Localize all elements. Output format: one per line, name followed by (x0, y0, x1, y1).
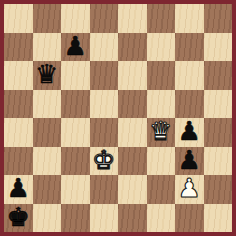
square-f1[interactable] (147, 204, 176, 233)
square-g6[interactable] (175, 61, 204, 90)
chess-board: ♟♛♛♟♚♟♟♟♚ (4, 4, 232, 232)
square-d7[interactable] (90, 33, 119, 62)
square-a2[interactable]: ♟ (4, 175, 33, 204)
square-a7[interactable] (4, 33, 33, 62)
square-e7[interactable] (118, 33, 147, 62)
square-e3[interactable] (118, 147, 147, 176)
square-f4[interactable]: ♛ (147, 118, 176, 147)
white-pawn-piece: ♟ (178, 175, 201, 201)
square-b7[interactable] (33, 33, 62, 62)
square-e6[interactable] (118, 61, 147, 90)
square-b8[interactable] (33, 4, 62, 33)
square-c2[interactable] (61, 175, 90, 204)
square-b2[interactable] (33, 175, 62, 204)
square-d5[interactable] (90, 90, 119, 119)
black-queen-piece: ♛ (35, 61, 58, 87)
square-d8[interactable] (90, 4, 119, 33)
square-d6[interactable] (90, 61, 119, 90)
chess-board-frame: ♟♛♛♟♚♟♟♟♚ (0, 0, 236, 236)
black-pawn-piece: ♟ (7, 175, 30, 201)
square-g2[interactable]: ♟ (175, 175, 204, 204)
square-c8[interactable] (61, 4, 90, 33)
square-c5[interactable] (61, 90, 90, 119)
white-king-piece: ♚ (92, 147, 115, 173)
square-e8[interactable] (118, 4, 147, 33)
square-e5[interactable] (118, 90, 147, 119)
square-d1[interactable] (90, 204, 119, 233)
square-g5[interactable] (175, 90, 204, 119)
square-f3[interactable] (147, 147, 176, 176)
black-king-piece: ♚ (7, 204, 30, 230)
black-pawn-piece: ♟ (178, 147, 201, 173)
square-b5[interactable] (33, 90, 62, 119)
square-a4[interactable] (4, 118, 33, 147)
square-h8[interactable] (204, 4, 233, 33)
square-b1[interactable] (33, 204, 62, 233)
square-d2[interactable] (90, 175, 119, 204)
square-f7[interactable] (147, 33, 176, 62)
square-f6[interactable] (147, 61, 176, 90)
square-b3[interactable] (33, 147, 62, 176)
square-b6[interactable]: ♛ (33, 61, 62, 90)
square-d4[interactable] (90, 118, 119, 147)
square-c3[interactable] (61, 147, 90, 176)
square-c4[interactable] (61, 118, 90, 147)
white-queen-piece: ♛ (149, 118, 172, 144)
square-d3[interactable]: ♚ (90, 147, 119, 176)
square-g4[interactable]: ♟ (175, 118, 204, 147)
square-a1[interactable]: ♚ (4, 204, 33, 233)
square-h6[interactable] (204, 61, 233, 90)
square-f5[interactable] (147, 90, 176, 119)
square-c1[interactable] (61, 204, 90, 233)
black-pawn-piece: ♟ (64, 33, 87, 59)
square-e2[interactable] (118, 175, 147, 204)
square-f8[interactable] (147, 4, 176, 33)
square-e1[interactable] (118, 204, 147, 233)
square-g7[interactable] (175, 33, 204, 62)
square-h2[interactable] (204, 175, 233, 204)
square-e4[interactable] (118, 118, 147, 147)
square-h5[interactable] (204, 90, 233, 119)
square-h3[interactable] (204, 147, 233, 176)
square-b4[interactable] (33, 118, 62, 147)
square-g1[interactable] (175, 204, 204, 233)
square-a5[interactable] (4, 90, 33, 119)
square-a8[interactable] (4, 4, 33, 33)
square-h4[interactable] (204, 118, 233, 147)
square-g3[interactable]: ♟ (175, 147, 204, 176)
square-g8[interactable] (175, 4, 204, 33)
square-f2[interactable] (147, 175, 176, 204)
black-pawn-piece: ♟ (178, 118, 201, 144)
square-h1[interactable] (204, 204, 233, 233)
square-c6[interactable] (61, 61, 90, 90)
square-h7[interactable] (204, 33, 233, 62)
square-a6[interactable] (4, 61, 33, 90)
square-a3[interactable] (4, 147, 33, 176)
square-c7[interactable]: ♟ (61, 33, 90, 62)
